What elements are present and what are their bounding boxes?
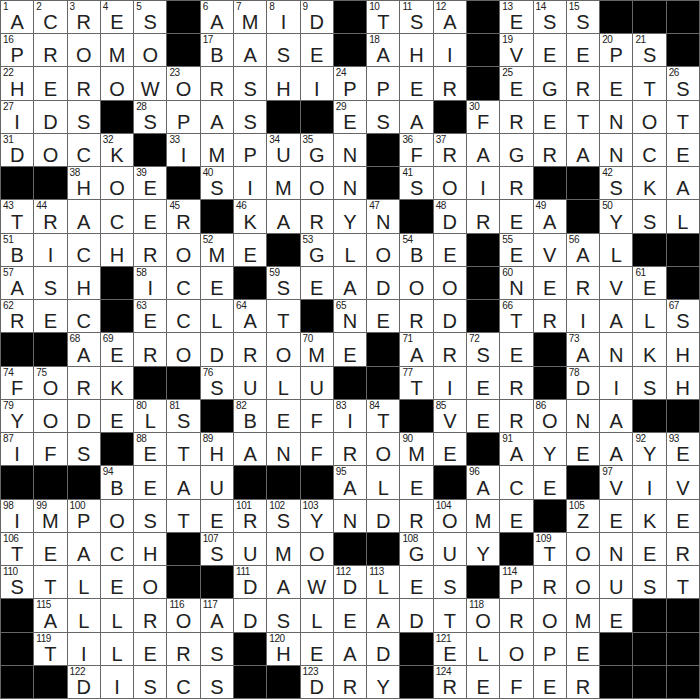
cell-r13c14[interactable]: 85V <box>434 400 466 432</box>
cell-r19c16[interactable]: R <box>500 599 532 631</box>
cell-r11c13[interactable]: 71A <box>400 333 432 365</box>
cell-r13c11[interactable]: 83I <box>334 400 366 432</box>
cell-r12c4[interactable]: K <box>101 367 133 399</box>
cell-r6c5[interactable]: 39E <box>134 167 166 199</box>
cell-r11c10[interactable]: 70M <box>301 333 333 365</box>
cell-r3c3[interactable]: R <box>68 67 100 99</box>
cell-r15c12[interactable]: L <box>367 466 399 498</box>
cell-r6c14[interactable]: O <box>434 167 466 199</box>
cell-r16c15[interactable]: M <box>467 500 499 532</box>
cell-r18c2[interactable]: T <box>34 566 66 598</box>
cell-r3c5[interactable]: W <box>134 67 166 99</box>
cell-r5c1[interactable]: 31D <box>1 134 33 166</box>
cell-r12c15[interactable]: E <box>467 367 499 399</box>
cell-r11c21[interactable]: H <box>667 333 699 365</box>
cell-r1c17[interactable]: 14S <box>534 1 566 33</box>
cell-r7c15[interactable]: R <box>467 200 499 232</box>
cell-r16c6[interactable]: T <box>167 500 199 532</box>
cell-r1c4[interactable]: 4E <box>101 1 133 33</box>
cell-r18c13[interactable]: E <box>400 566 432 598</box>
cell-r16c20[interactable]: K <box>633 500 665 532</box>
cell-r7c8[interactable]: 46K <box>234 200 266 232</box>
cell-r4c12[interactable]: S <box>367 101 399 133</box>
cell-r10c12[interactable]: E <box>367 300 399 332</box>
cell-r12c8[interactable]: U <box>234 367 266 399</box>
cell-r3c20[interactable]: T <box>633 67 665 99</box>
cell-r14c3[interactable]: S <box>68 433 100 465</box>
cell-r12c19[interactable]: I <box>600 367 632 399</box>
cell-r21c15[interactable]: E <box>467 666 499 698</box>
cell-r13c16[interactable]: R <box>500 400 532 432</box>
cell-r10c6[interactable]: C <box>167 300 199 332</box>
cell-r6c16[interactable]: R <box>500 167 532 199</box>
cell-r5c10[interactable]: 35G <box>301 134 333 166</box>
cell-r7c11[interactable]: Y <box>334 200 366 232</box>
cell-r11c4[interactable]: 69E <box>101 333 133 365</box>
cell-r6c9[interactable]: M <box>267 167 299 199</box>
cell-r13c4[interactable]: E <box>101 400 133 432</box>
cell-r10c7[interactable]: L <box>201 300 233 332</box>
cell-r8c18[interactable]: 56A <box>567 234 599 266</box>
cell-r9c6[interactable]: C <box>167 267 199 299</box>
cell-r3c4[interactable]: O <box>101 67 133 99</box>
cell-r9c19[interactable]: V <box>600 267 632 299</box>
cell-r21c17[interactable]: E <box>534 666 566 698</box>
cell-r17c8[interactable]: U <box>234 533 266 565</box>
cell-r20c14[interactable]: 121E <box>434 633 466 665</box>
cell-r21c5[interactable]: S <box>134 666 166 698</box>
cell-r15c15[interactable]: 96A <box>467 466 499 498</box>
cell-r21c18[interactable]: R <box>567 666 599 698</box>
cell-r13c12[interactable]: 84T <box>367 400 399 432</box>
cell-r9c17[interactable]: E <box>534 267 566 299</box>
cell-r10c5[interactable]: 63E <box>134 300 166 332</box>
cell-r4c8[interactable]: S <box>234 101 266 133</box>
cell-r20c18[interactable]: E <box>567 633 599 665</box>
cell-r17c18[interactable]: O <box>567 533 599 565</box>
cell-r18c17[interactable]: R <box>534 566 566 598</box>
cell-r6c3[interactable]: 38H <box>68 167 100 199</box>
cell-r2c19[interactable]: 20P <box>600 34 632 66</box>
cell-r20c9[interactable]: 120H <box>267 633 299 665</box>
cell-r7c19[interactable]: 50Y <box>600 200 632 232</box>
cell-r9c5[interactable]: 58I <box>134 267 166 299</box>
cell-r12c13[interactable]: 77T <box>400 367 432 399</box>
cell-r12c2[interactable]: 75O <box>34 367 66 399</box>
cell-r11c16[interactable]: E <box>500 333 532 365</box>
cell-r12c21[interactable]: H <box>667 367 699 399</box>
cell-r18c20[interactable]: S <box>633 566 665 598</box>
cell-r9c1[interactable]: 57A <box>1 267 33 299</box>
cell-r5c14[interactable]: 37R <box>434 134 466 166</box>
cell-r20c17[interactable]: P <box>534 633 566 665</box>
cell-r13c1[interactable]: 79Y <box>1 400 33 432</box>
cell-r10c17[interactable]: R <box>534 300 566 332</box>
cell-r21c11[interactable]: R <box>334 666 366 698</box>
cell-r14c6[interactable]: T <box>167 433 199 465</box>
cell-r12c14[interactable]: I <box>434 367 466 399</box>
cell-r14c1[interactable]: 87I <box>1 433 33 465</box>
cell-r16c10[interactable]: 103Y <box>301 500 333 532</box>
cell-r16c5[interactable]: S <box>134 500 166 532</box>
cell-r14c12[interactable]: O <box>367 433 399 465</box>
cell-r18c10[interactable]: W <box>301 566 333 598</box>
cell-r2c8[interactable]: A <box>234 34 266 66</box>
cell-r16c2[interactable]: 99M <box>34 500 66 532</box>
cell-r16c18[interactable]: 105Z <box>567 500 599 532</box>
cell-r6c7[interactable]: 40S <box>201 167 233 199</box>
cell-r1c13[interactable]: 11S <box>400 1 432 33</box>
cell-r2c10[interactable]: E <box>301 34 333 66</box>
cell-r4c17[interactable]: E <box>534 101 566 133</box>
cell-r17c10[interactable]: O <box>301 533 333 565</box>
cell-r14c14[interactable]: E <box>434 433 466 465</box>
cell-r7c21[interactable]: L <box>667 200 699 232</box>
cell-r11c6[interactable]: O <box>167 333 199 365</box>
cell-r18c5[interactable]: O <box>134 566 166 598</box>
cell-r15c7[interactable]: U <box>201 466 233 498</box>
cell-r6c10[interactable]: O <box>301 167 333 199</box>
cell-r19c11[interactable]: E <box>334 599 366 631</box>
cell-r21c16[interactable]: F <box>500 666 532 698</box>
cell-r18c21[interactable]: T <box>667 566 699 598</box>
cell-r15c17[interactable]: E <box>534 466 566 498</box>
cell-r19c7[interactable]: 117A <box>201 599 233 631</box>
cell-r6c4[interactable]: O <box>101 167 133 199</box>
cell-r7c2[interactable]: 44R <box>34 200 66 232</box>
cell-r9c20[interactable]: 61E <box>633 267 665 299</box>
cell-r3c16[interactable]: 25E <box>500 67 532 99</box>
cell-r4c19[interactable]: N <box>600 101 632 133</box>
cell-r1c12[interactable]: 10T <box>367 1 399 33</box>
cell-r10c21[interactable]: 67S <box>667 300 699 332</box>
cell-r17c17[interactable]: 109T <box>534 533 566 565</box>
cell-r14c18[interactable]: E <box>567 433 599 465</box>
cell-r15c6[interactable]: A <box>167 466 199 498</box>
cell-r21c6[interactable]: C <box>167 666 199 698</box>
cell-r9c2[interactable]: S <box>34 267 66 299</box>
cell-r15c20[interactable]: I <box>633 466 665 498</box>
cell-r18c12[interactable]: 113L <box>367 566 399 598</box>
cell-r12c20[interactable]: S <box>633 367 665 399</box>
cell-r10c9[interactable]: T <box>267 300 299 332</box>
cell-r11c15[interactable]: 72S <box>467 333 499 365</box>
cell-r2c4[interactable]: M <box>101 34 133 66</box>
cell-r1c9[interactable]: 8I <box>267 1 299 33</box>
cell-r6c8[interactable]: I <box>234 167 266 199</box>
cell-r10c20[interactable]: L <box>633 300 665 332</box>
cell-r19c14[interactable]: T <box>434 599 466 631</box>
cell-r4c5[interactable]: 28S <box>134 101 166 133</box>
cell-r5c6[interactable]: 33I <box>167 134 199 166</box>
cell-r15c4[interactable]: 94B <box>101 466 133 498</box>
cell-r14c16[interactable]: 91A <box>500 433 532 465</box>
cell-r16c16[interactable]: E <box>500 500 532 532</box>
cell-r15c5[interactable]: E <box>134 466 166 498</box>
cell-r17c3[interactable]: A <box>68 533 100 565</box>
cell-r10c8[interactable]: 64A <box>234 300 266 332</box>
cell-r15c11[interactable]: 95A <box>334 466 366 498</box>
cell-r17c14[interactable]: U <box>434 533 466 565</box>
cell-r21c12[interactable]: Y <box>367 666 399 698</box>
cell-r10c13[interactable]: R <box>400 300 432 332</box>
cell-r9c9[interactable]: 59S <box>267 267 299 299</box>
cell-r4c13[interactable]: A <box>400 101 432 133</box>
cell-r16c8[interactable]: 101R <box>234 500 266 532</box>
cell-r12c3[interactable]: R <box>68 367 100 399</box>
cell-r4c15[interactable]: 30F <box>467 101 499 133</box>
cell-r11c18[interactable]: 73A <box>567 333 599 365</box>
cell-r16c3[interactable]: 100P <box>68 500 100 532</box>
cell-r3c17[interactable]: G <box>534 67 566 99</box>
cell-r5c8[interactable]: P <box>234 134 266 166</box>
cell-r17c2[interactable]: E <box>34 533 66 565</box>
cell-r8c11[interactable]: L <box>334 234 366 266</box>
cell-r1c14[interactable]: 12A <box>434 1 466 33</box>
cell-r2c1[interactable]: 16P <box>1 34 33 66</box>
cell-r2c2[interactable]: R <box>34 34 66 66</box>
cell-r7c6[interactable]: 45R <box>167 200 199 232</box>
cell-r16c9[interactable]: 102S <box>267 500 299 532</box>
cell-r9c11[interactable]: A <box>334 267 366 299</box>
cell-r6c11[interactable]: N <box>334 167 366 199</box>
cell-r5c19[interactable]: N <box>600 134 632 166</box>
cell-r14c2[interactable]: F <box>34 433 66 465</box>
cell-r13c19[interactable]: A <box>600 400 632 432</box>
cell-r13c15[interactable]: E <box>467 400 499 432</box>
cell-r1c10[interactable]: 9D <box>301 1 333 33</box>
cell-r2c16[interactable]: 19V <box>500 34 532 66</box>
cell-r18c9[interactable]: A <box>267 566 299 598</box>
cell-r8c6[interactable]: O <box>167 234 199 266</box>
cell-r21c14[interactable]: 124R <box>434 666 466 698</box>
cell-r14c5[interactable]: 88E <box>134 433 166 465</box>
cell-r16c4[interactable]: O <box>101 500 133 532</box>
cell-r19c9[interactable]: S <box>267 599 299 631</box>
cell-r8c8[interactable]: E <box>234 234 266 266</box>
cell-r14c9[interactable]: N <box>267 433 299 465</box>
cell-r9c10[interactable]: E <box>301 267 333 299</box>
cell-r2c12[interactable]: 18A <box>367 34 399 66</box>
cell-r9c13[interactable]: O <box>400 267 432 299</box>
cell-r18c4[interactable]: E <box>101 566 133 598</box>
cell-r7c17[interactable]: 49A <box>534 200 566 232</box>
cell-r20c15[interactable]: L <box>467 633 499 665</box>
cell-r14c17[interactable]: Y <box>534 433 566 465</box>
cell-r20c6[interactable]: R <box>167 633 199 665</box>
cell-r13c18[interactable]: N <box>567 400 599 432</box>
cell-r10c18[interactable]: I <box>567 300 599 332</box>
cell-r19c2[interactable]: 115A <box>34 599 66 631</box>
cell-r7c4[interactable]: C <box>101 200 133 232</box>
cell-r14c10[interactable]: F <box>301 433 333 465</box>
cell-r19c8[interactable]: D <box>234 599 266 631</box>
cell-r8c12[interactable]: O <box>367 234 399 266</box>
cell-r19c5[interactable]: R <box>134 599 166 631</box>
cell-r13c3[interactable]: D <box>68 400 100 432</box>
cell-r20c4[interactable]: L <box>101 633 133 665</box>
cell-r17c5[interactable]: H <box>134 533 166 565</box>
cell-r13c5[interactable]: 80L <box>134 400 166 432</box>
cell-r14c8[interactable]: A <box>234 433 266 465</box>
cell-r4c16[interactable]: R <box>500 101 532 133</box>
cell-r1c3[interactable]: 3R <box>68 1 100 33</box>
cell-r2c13[interactable]: H <box>400 34 432 66</box>
cell-r4c2[interactable]: D <box>34 101 66 133</box>
cell-r3c18[interactable]: R <box>567 67 599 99</box>
cell-r1c8[interactable]: 7M <box>234 1 266 33</box>
cell-r8c5[interactable]: R <box>134 234 166 266</box>
cell-r13c8[interactable]: 82B <box>234 400 266 432</box>
cell-r7c14[interactable]: 48D <box>434 200 466 232</box>
cell-r5c9[interactable]: 34U <box>267 134 299 166</box>
cell-r17c20[interactable]: E <box>633 533 665 565</box>
cell-r5c18[interactable]: A <box>567 134 599 166</box>
cell-r11c11[interactable]: E <box>334 333 366 365</box>
cell-r5c7[interactable]: M <box>201 134 233 166</box>
cell-r7c3[interactable]: A <box>68 200 100 232</box>
cell-r8c13[interactable]: 54B <box>400 234 432 266</box>
cell-r2c5[interactable]: O <box>134 34 166 66</box>
cell-r19c18[interactable]: M <box>567 599 599 631</box>
cell-r13c17[interactable]: 86O <box>534 400 566 432</box>
cell-r9c12[interactable]: D <box>367 267 399 299</box>
cell-r17c9[interactable]: M <box>267 533 299 565</box>
cell-r14c11[interactable]: R <box>334 433 366 465</box>
cell-r4c21[interactable]: T <box>667 101 699 133</box>
cell-r5c20[interactable]: C <box>633 134 665 166</box>
cell-r20c7[interactable]: S <box>201 633 233 665</box>
cell-r14c7[interactable]: 89H <box>201 433 233 465</box>
cell-r10c14[interactable]: D <box>434 300 466 332</box>
cell-r18c16[interactable]: 114P <box>500 566 532 598</box>
cell-r3c1[interactable]: 22H <box>1 67 33 99</box>
cell-r16c14[interactable]: 104O <box>434 500 466 532</box>
cell-r2c9[interactable]: S <box>267 34 299 66</box>
cell-r6c15[interactable]: I <box>467 167 499 199</box>
cell-r18c1[interactable]: 110S <box>1 566 33 598</box>
cell-r16c12[interactable]: D <box>367 500 399 532</box>
cell-r18c3[interactable]: L <box>68 566 100 598</box>
cell-r6c20[interactable]: K <box>633 167 665 199</box>
cell-r5c13[interactable]: 36F <box>400 134 432 166</box>
cell-r1c7[interactable]: 6A <box>201 1 233 33</box>
cell-r5c21[interactable]: E <box>667 134 699 166</box>
cell-r6c19[interactable]: 42S <box>600 167 632 199</box>
cell-r8c17[interactable]: V <box>534 234 566 266</box>
cell-r3c19[interactable]: E <box>600 67 632 99</box>
cell-r3c14[interactable]: R <box>434 67 466 99</box>
cell-r16c19[interactable]: E <box>600 500 632 532</box>
cell-r1c18[interactable]: 15S <box>567 1 599 33</box>
cell-r4c6[interactable]: P <box>167 101 199 133</box>
cell-r19c12[interactable]: A <box>367 599 399 631</box>
cell-r3c9[interactable]: H <box>267 67 299 99</box>
cell-r4c3[interactable]: S <box>68 101 100 133</box>
cell-r11c14[interactable]: R <box>434 333 466 365</box>
cell-r4c11[interactable]: 29E <box>334 101 366 133</box>
cell-r8c7[interactable]: 52M <box>201 234 233 266</box>
cell-r5c17[interactable]: R <box>534 134 566 166</box>
cell-r12c10[interactable]: U <box>301 367 333 399</box>
cell-r2c18[interactable]: E <box>567 34 599 66</box>
cell-r8c10[interactable]: 53G <box>301 234 333 266</box>
cell-r20c16[interactable]: O <box>500 633 532 665</box>
cell-r3c6[interactable]: 23O <box>167 67 199 99</box>
cell-r13c2[interactable]: O <box>34 400 66 432</box>
cell-r13c10[interactable]: F <box>301 400 333 432</box>
cell-r8c14[interactable]: E <box>434 234 466 266</box>
cell-r16c11[interactable]: N <box>334 500 366 532</box>
cell-r19c3[interactable]: L <box>68 599 100 631</box>
cell-r11c3[interactable]: 68A <box>68 333 100 365</box>
cell-r11c19[interactable]: N <box>600 333 632 365</box>
cell-r9c14[interactable]: O <box>434 267 466 299</box>
cell-r5c2[interactable]: O <box>34 134 66 166</box>
cell-r6c13[interactable]: 41S <box>400 167 432 199</box>
cell-r7c1[interactable]: 43T <box>1 200 33 232</box>
cell-r7c10[interactable]: R <box>301 200 333 232</box>
cell-r2c20[interactable]: 21S <box>633 34 665 66</box>
cell-r1c1[interactable]: 1A <box>1 1 33 33</box>
cell-r18c19[interactable]: U <box>600 566 632 598</box>
cell-r7c5[interactable]: E <box>134 200 166 232</box>
cell-r21c10[interactable]: 123D <box>301 666 333 698</box>
cell-r10c19[interactable]: A <box>600 300 632 332</box>
cell-r18c11[interactable]: 112D <box>334 566 366 598</box>
cell-r12c16[interactable]: R <box>500 367 532 399</box>
cell-r21c7[interactable]: S <box>201 666 233 698</box>
cell-r18c18[interactable]: O <box>567 566 599 598</box>
cell-r8c2[interactable]: I <box>34 234 66 266</box>
cell-r17c4[interactable]: C <box>101 533 133 565</box>
cell-r17c21[interactable]: R <box>667 533 699 565</box>
cell-r17c7[interactable]: 107S <box>201 533 233 565</box>
cell-r5c4[interactable]: 32K <box>101 134 133 166</box>
cell-r17c15[interactable]: Y <box>467 533 499 565</box>
cell-r15c16[interactable]: C <box>500 466 532 498</box>
cell-r17c1[interactable]: 106T <box>1 533 33 565</box>
cell-r12c9[interactable]: L <box>267 367 299 399</box>
cell-r10c16[interactable]: 66T <box>500 300 532 332</box>
cell-r14c20[interactable]: 92Y <box>633 433 665 465</box>
cell-r19c13[interactable]: D <box>400 599 432 631</box>
cell-r14c19[interactable]: A <box>600 433 632 465</box>
cell-r16c1[interactable]: 98I <box>1 500 33 532</box>
cell-r7c16[interactable]: E <box>500 200 532 232</box>
cell-r15c19[interactable]: 97V <box>600 466 632 498</box>
cell-r11c5[interactable]: R <box>134 333 166 365</box>
cell-r1c16[interactable]: 13E <box>500 1 532 33</box>
cell-r8c1[interactable]: 51B <box>1 234 33 266</box>
cell-r15c13[interactable]: E <box>400 466 432 498</box>
cell-r11c9[interactable]: O <box>267 333 299 365</box>
cell-r2c3[interactable]: O <box>68 34 100 66</box>
cell-r10c3[interactable]: C <box>68 300 100 332</box>
cell-r11c8[interactable]: R <box>234 333 266 365</box>
cell-r5c15[interactable]: A <box>467 134 499 166</box>
cell-r20c12[interactable]: D <box>367 633 399 665</box>
cell-r7c20[interactable]: S <box>633 200 665 232</box>
cell-r8c4[interactable]: H <box>101 234 133 266</box>
cell-r14c21[interactable]: 93E <box>667 433 699 465</box>
cell-r13c9[interactable]: E <box>267 400 299 432</box>
cell-r4c7[interactable]: A <box>201 101 233 133</box>
cell-r5c11[interactable]: N <box>334 134 366 166</box>
cell-r8c16[interactable]: 55E <box>500 234 532 266</box>
cell-r13c6[interactable]: 81S <box>167 400 199 432</box>
cell-r3c2[interactable]: E <box>34 67 66 99</box>
